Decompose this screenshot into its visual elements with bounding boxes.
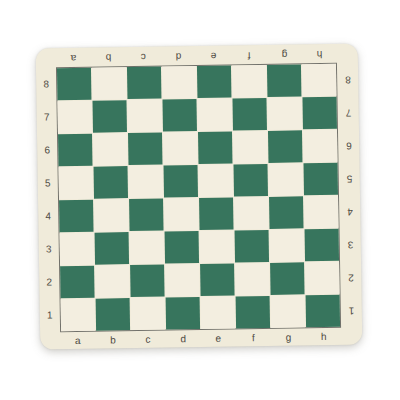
rank-label-right-6: 6 (346, 140, 352, 150)
rank-label-left-2: 2 (46, 278, 52, 288)
rank-label-right-1: 1 (348, 306, 354, 316)
file-label-top-e: e (211, 50, 217, 60)
square-g7[interactable] (267, 97, 301, 130)
square-d6[interactable] (163, 132, 197, 165)
file-label-bottom-b: b (110, 335, 116, 345)
square-h8[interactable] (302, 64, 336, 97)
rank-label-left-4: 4 (45, 211, 51, 221)
square-d2[interactable] (165, 264, 199, 297)
file-labels-bottom: abcdefgh (60, 328, 341, 349)
rank-labels-right: 87654321 (337, 62, 362, 327)
rank-label-left-1: 1 (47, 311, 53, 321)
square-b8[interactable] (92, 67, 126, 100)
rank-label-left-8: 8 (43, 79, 49, 89)
square-d5[interactable] (164, 165, 198, 198)
square-d8[interactable] (162, 66, 196, 99)
square-d3[interactable] (165, 231, 199, 264)
rank-label-right-3: 3 (347, 240, 353, 250)
square-g6[interactable] (268, 130, 302, 163)
square-h4[interactable] (304, 196, 338, 229)
square-e6[interactable] (198, 131, 232, 164)
square-c8[interactable] (127, 67, 161, 100)
square-e3[interactable] (200, 230, 234, 263)
square-g2[interactable] (270, 262, 304, 295)
rank-label-right-4: 4 (347, 207, 353, 217)
square-c6[interactable] (128, 133, 162, 166)
chess-mat-surface: abcdefgh 87654321 87654321 abcdefgh (36, 43, 363, 349)
rank-label-right-5: 5 (346, 174, 352, 184)
square-a5[interactable] (59, 167, 93, 200)
square-a2[interactable] (60, 266, 94, 299)
square-b2[interactable] (95, 265, 129, 298)
file-label-top-f: f (247, 50, 250, 60)
rank-label-left-7: 7 (44, 112, 50, 122)
square-h1[interactable] (306, 295, 340, 328)
square-e2[interactable] (200, 263, 234, 296)
file-label-bottom-a: a (75, 335, 81, 345)
square-b3[interactable] (95, 232, 129, 265)
square-a4[interactable] (59, 200, 93, 233)
file-label-bottom-d: d (180, 334, 186, 344)
square-f7[interactable] (232, 98, 266, 131)
square-h6[interactable] (303, 130, 337, 163)
square-a1[interactable] (61, 299, 95, 332)
square-h5[interactable] (303, 163, 337, 196)
file-label-bottom-g: g (286, 332, 292, 342)
square-d4[interactable] (164, 198, 198, 231)
file-label-top-a: a (71, 52, 77, 62)
file-label-top-g: g (281, 49, 287, 59)
square-d1[interactable] (166, 297, 200, 330)
square-f5[interactable] (234, 164, 268, 197)
square-e1[interactable] (201, 296, 235, 329)
file-label-top-c: c (141, 51, 146, 61)
square-e4[interactable] (199, 197, 233, 230)
rank-label-right-8: 8 (345, 74, 351, 84)
file-label-top-d: d (176, 51, 182, 61)
square-c4[interactable] (129, 199, 163, 232)
square-b6[interactable] (93, 133, 127, 166)
square-g5[interactable] (268, 163, 302, 196)
square-a6[interactable] (58, 134, 92, 167)
square-c5[interactable] (129, 166, 163, 199)
square-f6[interactable] (233, 131, 267, 164)
square-g8[interactable] (267, 64, 301, 97)
square-b1[interactable] (96, 298, 130, 331)
square-h3[interactable] (305, 229, 339, 262)
square-b5[interactable] (94, 166, 128, 199)
square-f3[interactable] (235, 230, 269, 263)
rank-label-right-2: 2 (348, 273, 354, 283)
square-c3[interactable] (130, 232, 164, 265)
square-e8[interactable] (197, 65, 231, 98)
square-h2[interactable] (305, 262, 339, 295)
file-label-bottom-e: e (215, 333, 221, 343)
chess-board (56, 63, 341, 332)
square-g1[interactable] (271, 295, 305, 328)
file-label-top-h: h (316, 49, 322, 59)
file-label-bottom-f: f (252, 333, 255, 343)
square-f1[interactable] (236, 296, 270, 329)
square-h7[interactable] (302, 97, 336, 130)
square-g3[interactable] (270, 229, 304, 262)
square-f8[interactable] (232, 65, 266, 98)
square-f2[interactable] (235, 263, 269, 296)
square-b4[interactable] (94, 199, 128, 232)
square-c1[interactable] (131, 298, 165, 331)
square-b7[interactable] (92, 100, 126, 133)
rank-label-left-6: 6 (44, 145, 50, 155)
square-c7[interactable] (127, 100, 161, 133)
square-e5[interactable] (199, 164, 233, 197)
square-c2[interactable] (130, 265, 164, 298)
square-a8[interactable] (57, 68, 91, 101)
file-label-bottom-c: c (145, 334, 150, 344)
file-label-top-b: b (106, 52, 112, 62)
file-label-bottom-h: h (321, 332, 327, 342)
square-a7[interactable] (57, 101, 91, 134)
square-d7[interactable] (162, 99, 196, 132)
rank-label-left-3: 3 (46, 245, 52, 255)
square-e7[interactable] (197, 98, 231, 131)
square-f4[interactable] (234, 197, 268, 230)
square-a3[interactable] (60, 233, 94, 266)
rank-label-left-5: 5 (45, 178, 51, 188)
chess-mat: abcdefgh 87654321 87654321 abcdefgh (36, 43, 363, 349)
square-g4[interactable] (269, 196, 303, 229)
rank-label-right-7: 7 (345, 107, 351, 117)
